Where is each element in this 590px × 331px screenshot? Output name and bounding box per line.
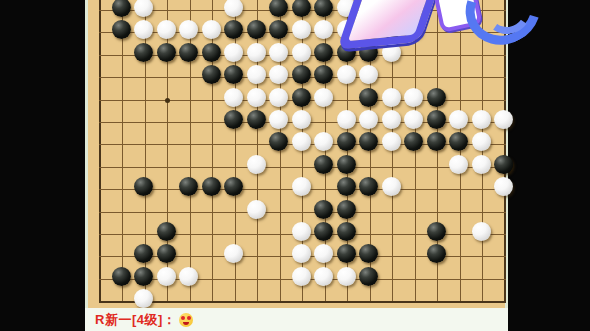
black-stone (112, 267, 131, 286)
black-stone (337, 132, 356, 151)
black-stone (337, 200, 356, 219)
black-stone (292, 88, 311, 107)
white-stone (134, 20, 153, 39)
white-stone (359, 65, 378, 84)
black-stone (359, 132, 378, 151)
heart-eyes-emoji-icon (179, 313, 193, 327)
white-stone (292, 110, 311, 129)
chat-bar[interactable]: R新一[4级]： (85, 308, 508, 331)
white-stone (224, 88, 243, 107)
white-stone (314, 244, 333, 263)
white-stone (404, 88, 423, 107)
black-stone (202, 177, 221, 196)
white-stone (292, 20, 311, 39)
white-stone (382, 43, 401, 62)
white-stone (472, 155, 491, 174)
black-stone (247, 110, 266, 129)
white-stone (247, 65, 266, 84)
white-stone (382, 88, 401, 107)
chat-message: R新一[4级]： (95, 311, 176, 329)
letterbox-left-bar (0, 0, 85, 331)
white-stone (269, 110, 288, 129)
board-edge-line (99, 301, 506, 303)
black-stone (112, 20, 131, 39)
black-stone (427, 244, 446, 263)
white-stone (472, 222, 491, 241)
black-stone (112, 0, 131, 17)
white-stone (247, 43, 266, 62)
black-stone (359, 244, 378, 263)
black-stone (314, 43, 333, 62)
app-content: R新一[4级]： (85, 0, 508, 331)
white-stone (404, 0, 423, 17)
white-stone (269, 65, 288, 84)
black-stone (157, 244, 176, 263)
black-stone (292, 0, 311, 17)
black-stone (314, 155, 333, 174)
black-stone (179, 43, 198, 62)
white-stone (157, 267, 176, 286)
black-stone (382, 20, 401, 39)
black-stone (314, 200, 333, 219)
black-stone (134, 267, 153, 286)
black-stone (359, 267, 378, 286)
white-stone (314, 20, 333, 39)
black-stone (337, 43, 356, 62)
white-stone (382, 177, 401, 196)
star-point (165, 98, 170, 103)
white-stone (292, 43, 311, 62)
white-stone (292, 222, 311, 241)
go-board[interactable] (88, 0, 505, 308)
screenshot-root: { "game": { "name": "go", "board_size": … (0, 0, 590, 331)
white-stone (359, 110, 378, 129)
black-stone (359, 177, 378, 196)
white-stone (404, 20, 423, 39)
black-stone (337, 155, 356, 174)
white-stone (337, 267, 356, 286)
white-stone (134, 0, 153, 17)
black-stone (157, 43, 176, 62)
white-stone (224, 43, 243, 62)
black-stone (269, 20, 288, 39)
white-stone (224, 244, 243, 263)
black-stone (269, 0, 288, 17)
black-stone (314, 0, 333, 17)
white-stone (472, 110, 491, 129)
board-grid (88, 0, 505, 308)
white-stone (269, 88, 288, 107)
white-stone (292, 132, 311, 151)
white-stone (337, 0, 356, 17)
black-stone (427, 88, 446, 107)
grid-line (99, 212, 506, 213)
white-stone (292, 244, 311, 263)
black-stone (337, 244, 356, 263)
black-stone (292, 65, 311, 84)
black-stone (224, 177, 243, 196)
black-stone (202, 65, 221, 84)
white-stone (247, 88, 266, 107)
black-stone (314, 222, 333, 241)
black-stone (427, 132, 446, 151)
black-stone (314, 65, 333, 84)
black-stone (359, 43, 378, 62)
black-stone (449, 132, 468, 151)
black-stone (202, 43, 221, 62)
white-stone (314, 132, 333, 151)
black-stone (134, 177, 153, 196)
black-stone (427, 110, 446, 129)
white-stone (179, 20, 198, 39)
black-stone (404, 132, 423, 151)
white-stone (449, 110, 468, 129)
grid-line (99, 167, 506, 168)
white-stone (202, 20, 221, 39)
black-stone (359, 88, 378, 107)
white-stone (382, 132, 401, 151)
black-stone (247, 20, 266, 39)
white-stone (224, 0, 243, 17)
black-stone (269, 132, 288, 151)
white-stone (157, 20, 176, 39)
black-stone (494, 155, 513, 174)
white-stone (337, 20, 356, 39)
white-stone (472, 132, 491, 151)
white-stone (247, 200, 266, 219)
black-stone (179, 177, 198, 196)
white-stone (449, 155, 468, 174)
black-stone (134, 43, 153, 62)
letterbox-right-bar (508, 0, 590, 331)
black-stone (359, 20, 378, 39)
white-stone (269, 43, 288, 62)
white-stone (292, 267, 311, 286)
black-stone (224, 65, 243, 84)
black-stone (382, 0, 401, 17)
black-stone (224, 20, 243, 39)
white-stone (382, 110, 401, 129)
black-stone (337, 222, 356, 241)
white-stone (134, 289, 153, 308)
white-stone (337, 110, 356, 129)
white-stone (337, 65, 356, 84)
black-stone (337, 177, 356, 196)
white-stone (404, 110, 423, 129)
black-stone (224, 110, 243, 129)
white-stone (314, 88, 333, 107)
black-stone (157, 222, 176, 241)
white-stone (292, 177, 311, 196)
white-stone (314, 267, 333, 286)
black-stone (134, 244, 153, 263)
white-stone (179, 267, 198, 286)
black-stone (427, 222, 446, 241)
white-stone (247, 155, 266, 174)
